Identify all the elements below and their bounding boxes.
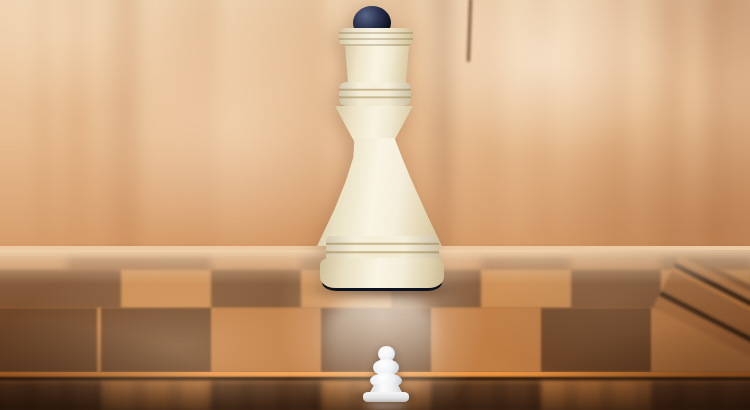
white-pawn-piece[interactable]: ♙ <box>362 346 410 402</box>
queen-body <box>317 138 442 246</box>
chess-photo-scene: ♕ ♙ <box>0 0 750 410</box>
queen-base <box>320 258 444 288</box>
pawn-base <box>363 392 409 402</box>
white-queen-piece[interactable]: ♕ <box>315 6 455 306</box>
queen-neck <box>335 106 413 142</box>
queen-collar-rings <box>339 82 411 106</box>
queen-crown-rim <box>339 28 413 46</box>
